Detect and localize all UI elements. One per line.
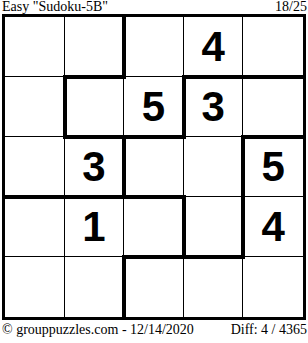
cell-r2c5[interactable] — [243, 77, 303, 137]
region-border — [63, 195, 127, 199]
cell-r1c5[interactable] — [243, 17, 303, 77]
given-digit: 3 — [201, 83, 224, 131]
cell-r3c2: 3 — [65, 137, 125, 197]
board-grid: 4533514 — [5, 17, 303, 317]
region-border — [182, 75, 186, 139]
region-border — [122, 255, 186, 259]
cell-r4c1[interactable] — [5, 197, 65, 257]
region-border — [241, 135, 245, 199]
cell-r1c1[interactable] — [5, 17, 65, 77]
cell-r4c2: 1 — [65, 197, 125, 257]
cell-r3c4[interactable] — [184, 137, 244, 197]
cell-r5c2[interactable] — [65, 257, 125, 317]
footer: © grouppuzzles.com - 12/14/2020 Diff: 4 … — [2, 322, 307, 340]
given-digit: 4 — [201, 23, 224, 71]
given-digit: 5 — [262, 143, 285, 191]
copyright-text: © grouppuzzles.com - 12/14/2020 — [2, 322, 194, 338]
cell-r5c3[interactable] — [124, 257, 184, 317]
cell-r1c2[interactable] — [65, 17, 125, 77]
cell-r2c3: 5 — [124, 77, 184, 137]
cell-r5c5[interactable] — [243, 257, 303, 317]
cell-r2c2[interactable] — [65, 77, 125, 137]
cell-r4c5: 4 — [243, 197, 303, 257]
puzzle-title: Easy "Sudoku-5B" — [2, 0, 108, 13]
given-digit: 5 — [142, 83, 165, 131]
cell-r2c4: 3 — [184, 77, 244, 137]
sudoku-board: 4533514 — [2, 14, 306, 320]
cell-r3c3[interactable] — [124, 137, 184, 197]
region-border — [241, 75, 303, 79]
region-border — [122, 135, 126, 199]
region-border — [122, 255, 126, 317]
region-border — [241, 135, 303, 139]
region-border — [182, 75, 246, 79]
cell-r1c3[interactable] — [124, 17, 184, 77]
region-border — [122, 17, 126, 79]
cell-r2c1[interactable] — [5, 77, 65, 137]
cell-r3c1[interactable] — [5, 137, 65, 197]
puzzle-page: Easy "Sudoku-5B" 18/25 4533514 © grouppu… — [0, 0, 308, 343]
cell-r4c4[interactable] — [184, 197, 244, 257]
cell-r5c1[interactable] — [5, 257, 65, 317]
region-border — [5, 195, 67, 199]
region-border — [182, 255, 246, 259]
region-border — [63, 135, 127, 139]
region-border — [241, 195, 245, 259]
region-border — [122, 135, 186, 139]
region-border — [63, 75, 67, 139]
region-border — [122, 195, 186, 199]
cell-r1c4: 4 — [184, 17, 244, 77]
difficulty-text: Diff: 4 / 4365 — [231, 322, 307, 338]
remaining-counter: 18/25 — [275, 0, 307, 13]
header: Easy "Sudoku-5B" 18/25 — [2, 0, 307, 14]
given-digit: 1 — [82, 203, 105, 251]
cell-r3c5: 5 — [243, 137, 303, 197]
cell-r4c3[interactable] — [124, 197, 184, 257]
cell-r5c4[interactable] — [184, 257, 244, 317]
given-digit: 4 — [262, 203, 285, 251]
region-border — [182, 195, 186, 259]
given-digit: 3 — [82, 143, 105, 191]
region-border — [63, 75, 127, 79]
